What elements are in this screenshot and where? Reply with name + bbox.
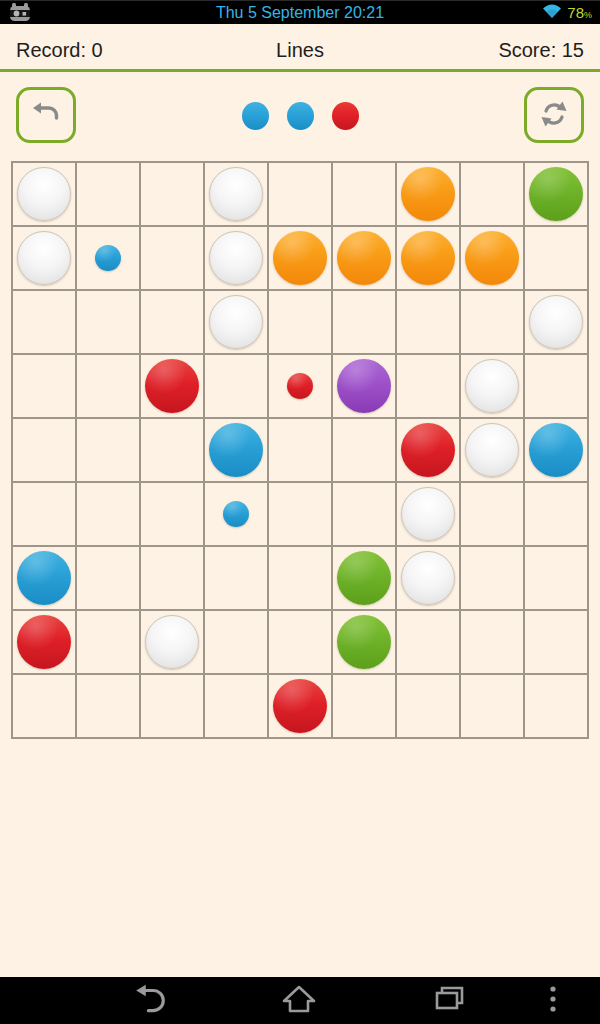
ball-orange[interactable] <box>465 231 519 285</box>
board-cell[interactable] <box>13 163 75 225</box>
board-cell[interactable] <box>77 483 139 545</box>
board-cell[interactable] <box>461 227 523 289</box>
board-cell[interactable] <box>397 227 459 289</box>
ball-blue[interactable] <box>529 423 583 477</box>
ball-white[interactable] <box>17 231 71 285</box>
board-cell[interactable] <box>269 547 331 609</box>
back-icon[interactable] <box>130 982 170 1020</box>
board-cell[interactable] <box>397 483 459 545</box>
ball-white[interactable] <box>465 423 519 477</box>
home-icon[interactable] <box>281 984 317 1018</box>
board-cell[interactable] <box>205 355 267 417</box>
board-cell[interactable] <box>141 355 203 417</box>
next-ball-blue <box>242 102 269 130</box>
board-cell[interactable] <box>397 355 459 417</box>
ball-green[interactable] <box>529 167 583 221</box>
board-cell[interactable] <box>77 675 139 737</box>
board-cell[interactable] <box>141 611 203 673</box>
board-cell[interactable] <box>461 483 523 545</box>
ball-blue-small[interactable] <box>223 501 249 527</box>
board-cell[interactable] <box>13 675 75 737</box>
board-cell[interactable] <box>461 611 523 673</box>
board-cell[interactable] <box>77 291 139 353</box>
board-cell[interactable] <box>77 547 139 609</box>
board-cell[interactable] <box>13 611 75 673</box>
board-cell[interactable] <box>333 355 395 417</box>
board-cell[interactable] <box>205 291 267 353</box>
android-nav-bar <box>0 977 600 1024</box>
board-cell[interactable] <box>525 675 587 737</box>
board-cell[interactable] <box>13 291 75 353</box>
board-cell[interactable] <box>525 483 587 545</box>
ball-white[interactable] <box>209 167 263 221</box>
board-cell[interactable] <box>525 227 587 289</box>
status-clock: Thu 5 September 20:21 <box>0 1 600 25</box>
board-cell[interactable] <box>525 547 587 609</box>
board-cell[interactable] <box>269 419 331 481</box>
board-cell[interactable] <box>269 611 331 673</box>
board-cell[interactable] <box>525 355 587 417</box>
ball-orange[interactable] <box>273 231 327 285</box>
board-cell[interactable] <box>141 483 203 545</box>
status-bar: Thu 5 September 20:21 78% <box>0 0 600 24</box>
board <box>11 161 589 739</box>
board-cell[interactable] <box>269 483 331 545</box>
ball-orange[interactable] <box>401 231 455 285</box>
board-cell[interactable] <box>77 611 139 673</box>
ball-green[interactable] <box>337 615 391 669</box>
board-cell[interactable] <box>205 483 267 545</box>
board-cell[interactable] <box>333 611 395 673</box>
board-cell[interactable] <box>333 291 395 353</box>
board-cell[interactable] <box>525 163 587 225</box>
board-cell[interactable] <box>205 227 267 289</box>
board-cell[interactable] <box>461 355 523 417</box>
board-cell[interactable] <box>397 291 459 353</box>
board-cell[interactable] <box>205 675 267 737</box>
board-cell[interactable] <box>461 675 523 737</box>
board-cell[interactable] <box>13 355 75 417</box>
board-cell[interactable] <box>141 227 203 289</box>
board-cell[interactable] <box>525 419 587 481</box>
ball-red-small[interactable] <box>287 373 313 399</box>
board-cell[interactable] <box>397 675 459 737</box>
board-cell[interactable] <box>397 163 459 225</box>
ball-white[interactable] <box>401 551 455 605</box>
board-cell[interactable] <box>525 291 587 353</box>
board-cell[interactable] <box>333 227 395 289</box>
board-cell[interactable] <box>141 419 203 481</box>
board-cell[interactable] <box>269 355 331 417</box>
board-cell[interactable] <box>333 483 395 545</box>
ball-red[interactable] <box>17 615 71 669</box>
ball-purple[interactable] <box>337 359 391 413</box>
ball-red[interactable] <box>145 359 199 413</box>
ball-white[interactable] <box>465 359 519 413</box>
board-cell[interactable] <box>461 419 523 481</box>
ball-white[interactable] <box>145 615 199 669</box>
board-cell[interactable] <box>77 355 139 417</box>
board-cell[interactable] <box>141 547 203 609</box>
board-cell[interactable] <box>13 419 75 481</box>
board-cell[interactable] <box>205 547 267 609</box>
menu-dots-icon[interactable] <box>549 984 557 1018</box>
ball-blue[interactable] <box>209 423 263 477</box>
board-cell[interactable] <box>205 611 267 673</box>
controls-row <box>0 87 600 145</box>
ball-white[interactable] <box>401 487 455 541</box>
board-cell[interactable] <box>141 291 203 353</box>
ball-white[interactable] <box>209 295 263 349</box>
next-balls <box>0 87 600 145</box>
board-cell[interactable] <box>13 547 75 609</box>
board-cell[interactable] <box>397 419 459 481</box>
board-cell[interactable] <box>333 419 395 481</box>
ball-white[interactable] <box>529 295 583 349</box>
game-header: Record: 0 Lines Score: 15 <box>0 24 600 72</box>
board-cell[interactable] <box>77 419 139 481</box>
board-cell[interactable] <box>269 163 331 225</box>
wifi-icon <box>542 3 562 23</box>
board-cell[interactable] <box>205 419 267 481</box>
board-cell[interactable] <box>141 163 203 225</box>
ball-green[interactable] <box>337 551 391 605</box>
recents-icon[interactable] <box>431 984 467 1018</box>
board-cell[interactable] <box>461 291 523 353</box>
board-cell[interactable] <box>461 547 523 609</box>
ball-blue-small[interactable] <box>95 245 121 271</box>
board-cell[interactable] <box>141 675 203 737</box>
ball-orange[interactable] <box>401 167 455 221</box>
ball-white[interactable] <box>209 231 263 285</box>
ball-red[interactable] <box>273 679 327 733</box>
ball-white[interactable] <box>17 167 71 221</box>
refresh-icon <box>538 98 570 133</box>
board-cell[interactable] <box>397 611 459 673</box>
next-ball-red <box>332 102 359 130</box>
board-cell[interactable] <box>269 291 331 353</box>
board-cell[interactable] <box>333 547 395 609</box>
board-cell[interactable] <box>333 163 395 225</box>
board-cell[interactable] <box>77 163 139 225</box>
board-cell[interactable] <box>77 227 139 289</box>
board-cell[interactable] <box>205 163 267 225</box>
board-cell[interactable] <box>13 227 75 289</box>
board-cell[interactable] <box>461 163 523 225</box>
ball-red[interactable] <box>401 423 455 477</box>
ball-blue[interactable] <box>17 551 71 605</box>
restart-button[interactable] <box>524 87 584 143</box>
board-cell[interactable] <box>525 611 587 673</box>
next-ball-blue <box>287 102 314 130</box>
ball-orange[interactable] <box>337 231 391 285</box>
board-cell[interactable] <box>13 483 75 545</box>
board-cell[interactable] <box>269 675 331 737</box>
score-label: Score: 15 <box>498 39 584 62</box>
board-cell[interactable] <box>333 675 395 737</box>
board-cell[interactable] <box>269 227 331 289</box>
board-cell[interactable] <box>397 547 459 609</box>
battery-percent: 78% <box>567 4 592 22</box>
